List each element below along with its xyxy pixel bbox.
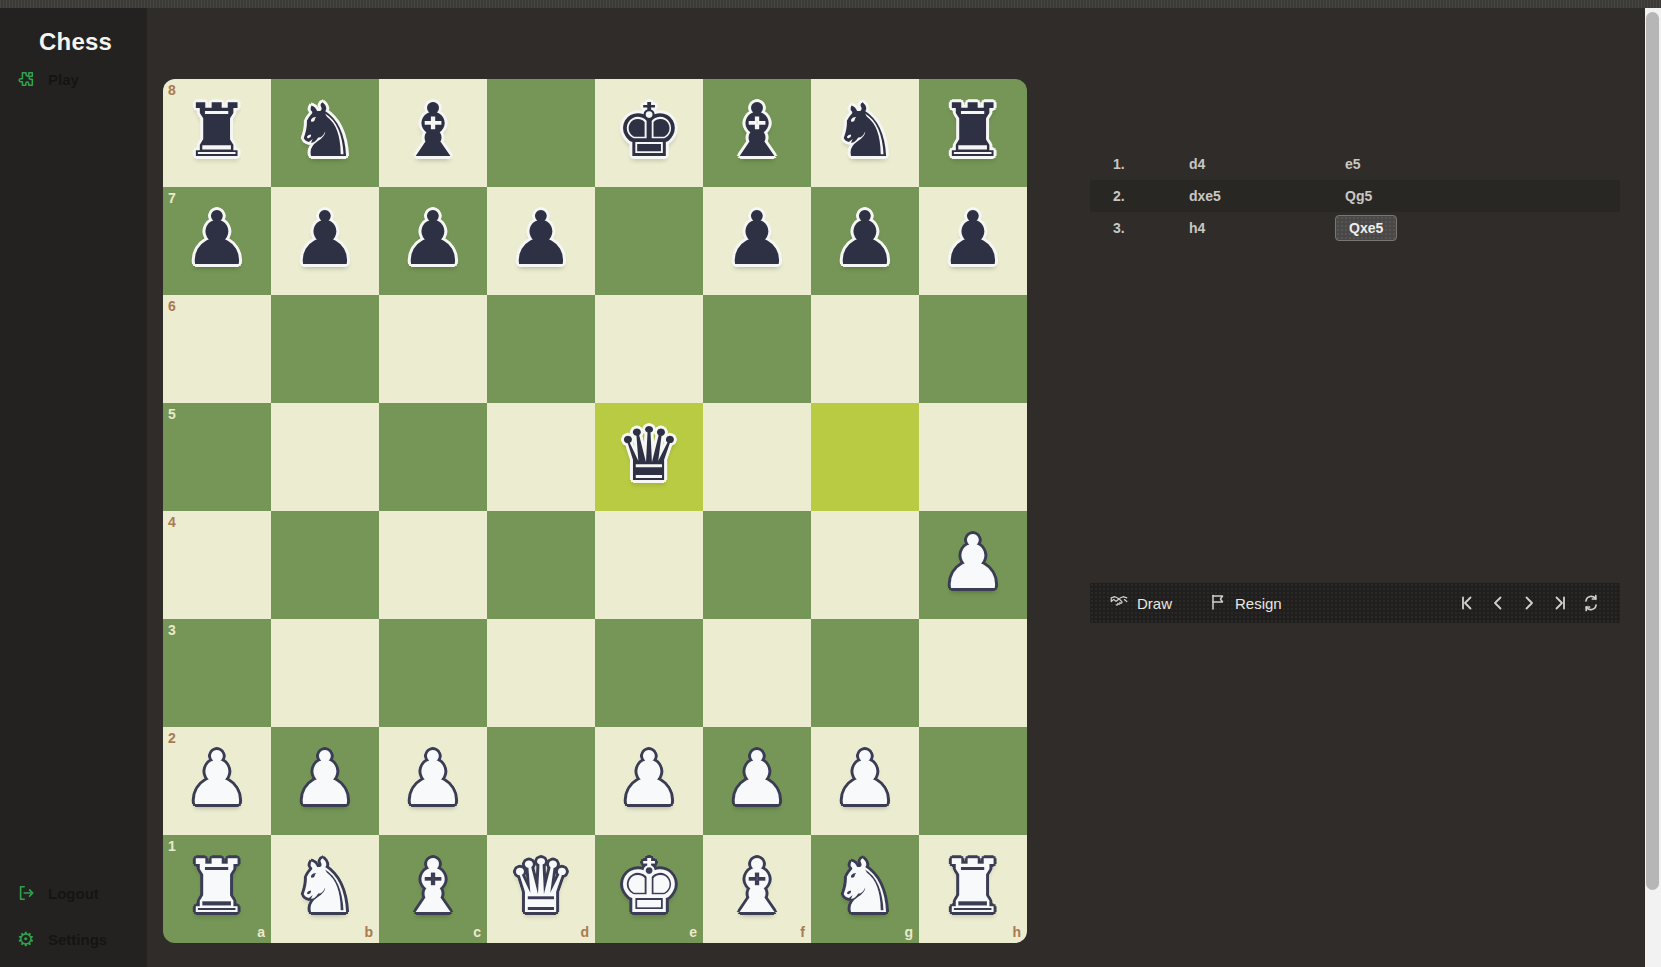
move-text: d4 [1189,156,1205,172]
square-d1[interactable]: d♛ [487,835,595,943]
black-queen-e5[interactable]: ♛ [616,417,682,491]
black-knight-b8[interactable]: ♞ [292,93,358,167]
rank-label-6: 6 [168,299,176,313]
square-a7[interactable]: 7♟ [163,187,271,295]
white-queen-d1[interactable]: ♛ [508,849,574,923]
white-pawn-b2[interactable]: ♟ [292,741,358,815]
rank-label-3: 3 [168,623,176,637]
black-bishop-c8[interactable]: ♝ [400,93,466,167]
square-h7[interactable]: ♟ [919,187,1027,295]
square-g8[interactable]: ♞ [811,79,919,187]
black-pawn-f7[interactable]: ♟ [724,201,790,275]
black-knight-g8[interactable]: ♞ [832,93,898,167]
square-a6[interactable]: 6 [163,295,271,403]
square-f3[interactable] [703,619,811,727]
rank-label-8: 8 [168,83,176,97]
white-move-3[interactable]: h4 [1189,220,1345,236]
square-b3[interactable] [271,619,379,727]
square-e3[interactable] [595,619,703,727]
square-a1[interactable]: 1a♜ [163,835,271,943]
black-rook-a8[interactable]: ♜ [184,93,250,167]
square-h5[interactable] [919,403,1027,511]
move-row-2: 2.dxe5Qg5 [1090,180,1620,212]
black-pawn-a7[interactable]: ♟ [184,201,250,275]
square-f7[interactable]: ♟ [703,187,811,295]
logout-icon [17,884,35,902]
square-e5[interactable]: ♛ [595,403,703,511]
white-pawn-g2[interactable]: ♟ [832,741,898,815]
move-list: 1.d4e52.dxe5Qg53.h4Qxe5 [1090,148,1620,244]
rank-label-5: 5 [168,407,176,421]
black-pawn-d7[interactable]: ♟ [508,201,574,275]
white-pawn-e2[interactable]: ♟ [616,741,682,815]
square-b8[interactable]: ♞ [271,79,379,187]
file-label-h: h [1012,925,1021,939]
square-c8[interactable]: ♝ [379,79,487,187]
draw-label: Draw [1137,595,1172,612]
white-bishop-c1[interactable]: ♝ [400,849,466,923]
white-bishop-f1[interactable]: ♝ [724,849,790,923]
window-top-strip [0,0,1661,8]
square-d4[interactable] [487,511,595,619]
square-c1[interactable]: c♝ [379,835,487,943]
square-f5[interactable] [703,403,811,511]
square-e1[interactable]: e♚ [595,835,703,943]
white-move-2[interactable]: dxe5 [1189,188,1345,204]
square-b4[interactable] [271,511,379,619]
white-rook-a1[interactable]: ♜ [184,849,250,923]
rank-label-4: 4 [168,515,176,529]
square-c5[interactable] [379,403,487,511]
square-c3[interactable] [379,619,487,727]
square-b2[interactable]: ♟ [271,727,379,835]
square-f1[interactable]: f♝ [703,835,811,943]
square-h2[interactable] [919,727,1027,835]
file-label-f: f [800,925,805,939]
move-number: 3. [1090,220,1189,236]
square-h6[interactable] [919,295,1027,403]
rank-label-2: 2 [168,731,176,745]
square-e2[interactable]: ♟ [595,727,703,835]
square-b5[interactable] [271,403,379,511]
move-nav-group [1454,590,1604,616]
square-a2[interactable]: 2♟ [163,727,271,835]
sidebar: Chess Play Logout ⚙ Settings [0,8,147,967]
square-h1[interactable]: h♜ [919,835,1027,943]
move-text: h4 [1189,220,1205,236]
square-a8[interactable]: 8♜ [163,79,271,187]
black-pawn-b7[interactable]: ♟ [292,201,358,275]
square-a5[interactable]: 5 [163,403,271,511]
square-f2[interactable]: ♟ [703,727,811,835]
square-e8[interactable]: ♚ [595,79,703,187]
chess-board[interactable]: 8♜♞♝♚♝♞♜7♟♟♟♟♟♟♟65♛4♟32♟♟♟♟♟♟1a♜b♞c♝d♛e♚… [163,79,1027,943]
black-move-3[interactable]: Qxe5 [1345,215,1620,241]
white-rook-h1[interactable]: ♜ [940,849,1006,923]
gear-icon: ⚙ [17,930,35,948]
square-c4[interactable] [379,511,487,619]
square-b1[interactable]: b♞ [271,835,379,943]
white-knight-b1[interactable]: ♞ [292,849,358,923]
scrollbar-track[interactable] [1645,8,1661,967]
chess-app: Chess Play Logout ⚙ Settings [0,0,1661,967]
sidebar-item-label: Logout [48,885,99,902]
file-label-d: d [580,925,589,939]
file-label-b: b [364,925,373,939]
flag-icon [1210,594,1226,613]
white-pawn-c2[interactable]: ♟ [400,741,466,815]
square-g4[interactable] [811,511,919,619]
app-title: Chess [39,28,112,56]
white-pawn-h4[interactable]: ♟ [940,525,1006,599]
black-rook-h8[interactable]: ♜ [940,93,1006,167]
move-text: Qg5 [1345,188,1372,204]
square-g2[interactable]: ♟ [811,727,919,835]
square-g7[interactable]: ♟ [811,187,919,295]
resign-button[interactable]: Resign [1210,594,1282,613]
resign-label: Resign [1235,595,1282,612]
square-b6[interactable] [271,295,379,403]
square-a3[interactable]: 3 [163,619,271,727]
draw-button[interactable]: Draw [1110,594,1172,613]
move-text: dxe5 [1189,188,1221,204]
square-g1[interactable]: g♞ [811,835,919,943]
file-label-c: c [473,925,481,939]
move-row-1: 1.d4e5 [1090,148,1620,180]
black-pawn-h7[interactable]: ♟ [940,201,1006,275]
action-bar: Draw Resign [1090,583,1620,623]
square-h8[interactable]: ♜ [919,79,1027,187]
sidebar-item-logout[interactable]: Logout [17,880,99,906]
rank-label-1: 1 [168,839,176,853]
sidebar-item-settings[interactable]: ⚙ Settings [17,926,107,952]
square-f8[interactable]: ♝ [703,79,811,187]
white-move-1[interactable]: d4 [1189,156,1345,172]
flip-board-button[interactable] [1578,590,1604,616]
sidebar-item-label: Settings [48,931,107,948]
move-number: 2. [1090,188,1189,204]
square-g5[interactable] [811,403,919,511]
black-move-1[interactable]: e5 [1345,156,1620,172]
square-a4[interactable]: 4 [163,511,271,619]
puzzle-icon [17,70,35,88]
square-c2[interactable]: ♟ [379,727,487,835]
square-b7[interactable]: ♟ [271,187,379,295]
square-g6[interactable] [811,295,919,403]
move-text: e5 [1345,156,1361,172]
handshake-icon [1110,594,1128,613]
go-next-button[interactable] [1516,590,1542,616]
square-c6[interactable] [379,295,487,403]
square-d6[interactable] [487,295,595,403]
move-row-3: 3.h4Qxe5 [1090,212,1620,244]
go-last-button[interactable] [1547,590,1573,616]
white-king-e1[interactable]: ♚ [616,849,682,923]
black-bishop-f8[interactable]: ♝ [724,93,790,167]
square-h3[interactable] [919,619,1027,727]
black-move-2[interactable]: Qg5 [1345,188,1620,204]
square-d8[interactable] [487,79,595,187]
go-first-button[interactable] [1454,590,1480,616]
sidebar-item-label: Play [48,71,79,88]
black-king-e8[interactable]: ♚ [616,93,682,167]
square-h4[interactable]: ♟ [919,511,1027,619]
rank-label-7: 7 [168,191,176,205]
square-e4[interactable] [595,511,703,619]
go-previous-button[interactable] [1485,590,1511,616]
square-d3[interactable] [487,619,595,727]
square-g3[interactable] [811,619,919,727]
file-label-e: e [689,925,697,939]
file-label-a: a [257,925,265,939]
white-pawn-a2[interactable]: ♟ [184,741,250,815]
file-label-g: g [904,925,913,939]
white-pawn-f2[interactable]: ♟ [724,741,790,815]
square-d5[interactable] [487,403,595,511]
sidebar-item-play[interactable]: Play [17,66,79,92]
square-f6[interactable] [703,295,811,403]
white-knight-g1[interactable]: ♞ [832,849,898,923]
square-c7[interactable]: ♟ [379,187,487,295]
scrollbar-thumb[interactable] [1646,12,1659,890]
move-number: 1. [1090,156,1189,172]
black-pawn-g7[interactable]: ♟ [832,201,898,275]
square-e6[interactable] [595,295,703,403]
square-f4[interactable] [703,511,811,619]
square-d7[interactable]: ♟ [487,187,595,295]
square-e7[interactable] [595,187,703,295]
black-pawn-c7[interactable]: ♟ [400,201,466,275]
move-text: Qxe5 [1335,215,1397,241]
square-d2[interactable] [487,727,595,835]
